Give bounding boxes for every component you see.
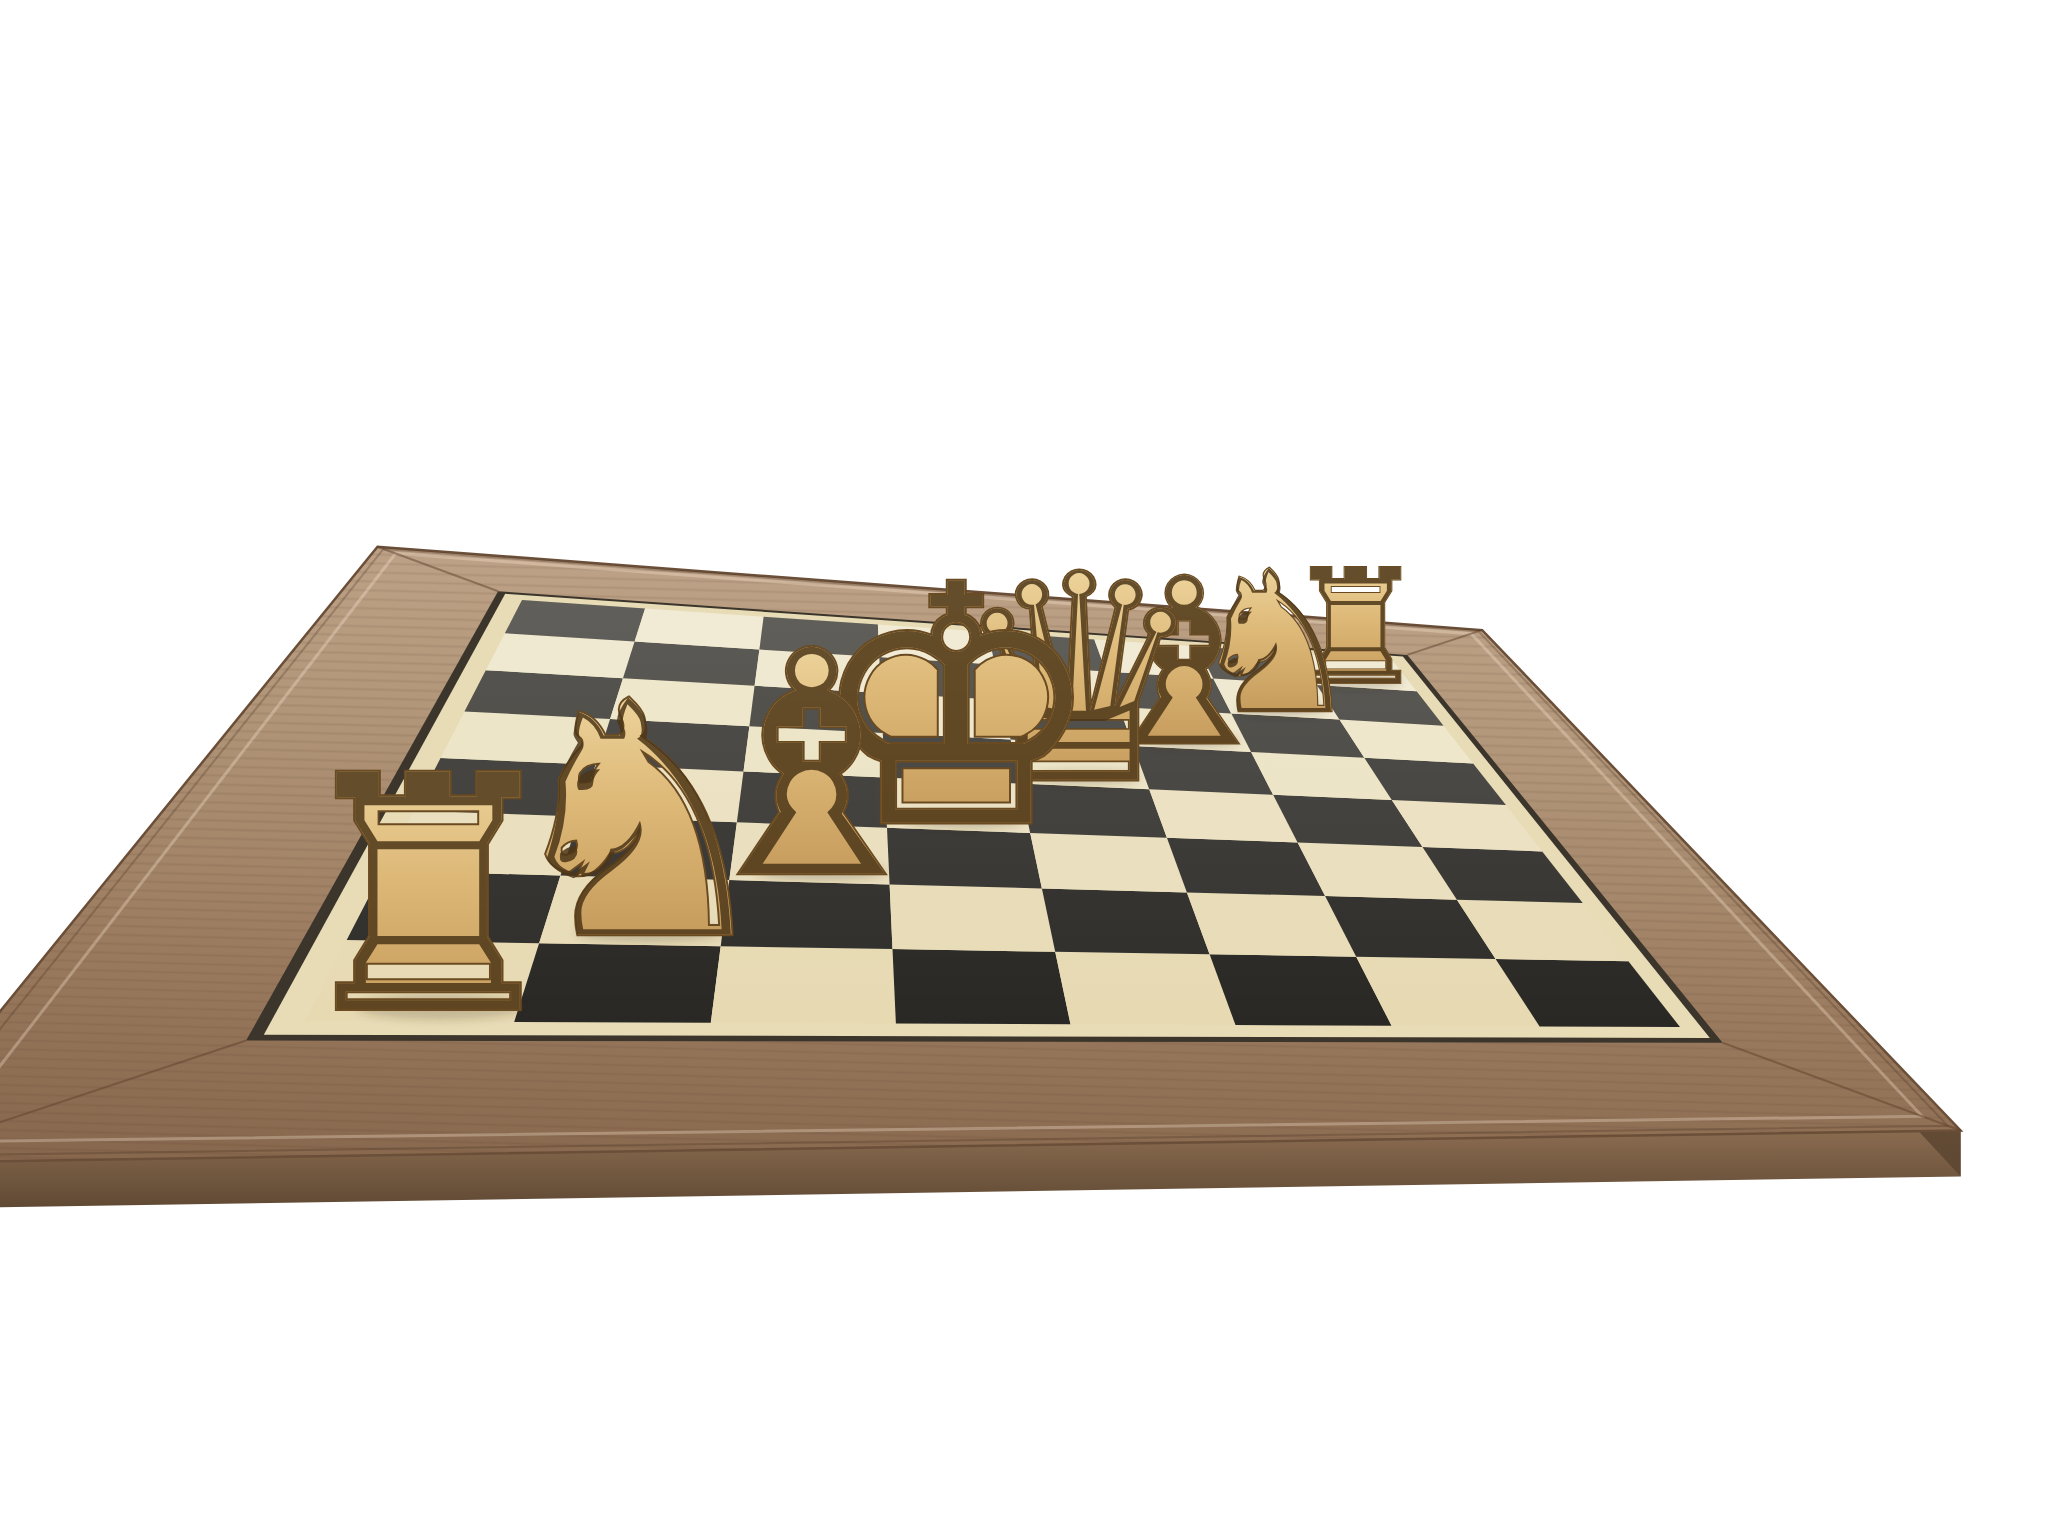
chessboard: ♜♖♞♘♝♗♛♕♚♔♝♗♞♘♜♖ <box>0 0 2048 1535</box>
square-d1[interactable] <box>893 949 1071 1024</box>
chessboard-photo: chess <box>0 0 2048 1535</box>
piece-detail-a1-white-rook: ♖ <box>283 707 574 1086</box>
square-e1[interactable] <box>1055 952 1235 1025</box>
